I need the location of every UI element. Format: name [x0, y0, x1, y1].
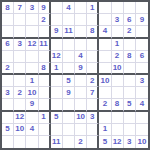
cell-r12c4[interactable] — [39, 136, 51, 148]
cell-r7c8[interactable]: 2 — [87, 75, 99, 87]
cell-r7c7[interactable] — [75, 75, 87, 87]
cell-r8c10[interactable] — [112, 87, 124, 99]
cell-r10c12[interactable] — [136, 112, 148, 124]
cell-r5c1[interactable] — [2, 51, 14, 63]
cell-r12c1[interactable] — [2, 136, 14, 148]
cell-r11c7[interactable] — [75, 124, 87, 136]
cell-r11c11[interactable] — [124, 124, 136, 136]
cell-r1c1[interactable]: 8 — [2, 2, 14, 14]
cell-r9c3[interactable]: 9 — [26, 99, 38, 111]
cell-r7c12[interactable]: 3 — [136, 75, 148, 87]
cell-r10c4[interactable]: 1 — [39, 112, 51, 124]
cell-r7c10[interactable] — [112, 75, 124, 87]
cell-r6c1[interactable]: 2 — [2, 63, 14, 75]
cell-r3c2[interactable] — [14, 26, 26, 38]
cell-r12c9[interactable]: 5 — [99, 136, 111, 148]
cell-r5c2[interactable] — [14, 51, 26, 63]
cell-r8c5[interactable] — [51, 87, 63, 99]
cell-r1c8[interactable]: 1 — [87, 2, 99, 14]
cell-r11c2[interactable]: 10 — [14, 124, 26, 136]
cell-r10c5[interactable]: 5 — [51, 112, 63, 124]
cell-r12c6[interactable] — [63, 136, 75, 148]
cell-r3c1[interactable] — [2, 26, 14, 38]
cell-r9c9[interactable]: 2 — [99, 99, 111, 111]
cell-r9c11[interactable]: 5 — [124, 99, 136, 111]
cell-r5c6[interactable] — [63, 51, 75, 63]
cell-r1c7[interactable] — [75, 2, 87, 14]
cell-r3c12[interactable] — [136, 26, 148, 38]
cell-r1c2[interactable]: 7 — [14, 2, 26, 14]
cell-r7c11[interactable] — [124, 75, 136, 87]
cell-r5c3[interactable] — [26, 51, 38, 63]
cell-r2c3[interactable] — [26, 14, 38, 26]
cell-r9c2[interactable] — [14, 99, 26, 111]
cell-r6c7[interactable]: 9 — [75, 63, 87, 75]
cell-r9c6[interactable] — [63, 99, 75, 111]
cell-r10c6[interactable] — [63, 112, 75, 124]
cell-r10c2[interactable]: 12 — [14, 112, 26, 124]
cell-r3c11[interactable]: 2 — [124, 26, 136, 38]
cell-r6c8[interactable] — [87, 63, 99, 75]
cell-r10c11[interactable] — [124, 112, 136, 124]
cell-r1c9[interactable] — [99, 2, 111, 14]
cell-r7c6[interactable]: 5 — [63, 75, 75, 87]
cell-r10c10[interactable] — [112, 112, 124, 124]
cell-r6c4[interactable]: 8 — [39, 63, 51, 75]
cell-r12c12[interactable]: 10 — [136, 136, 148, 148]
cell-r8c9[interactable] — [99, 87, 111, 99]
cell-r11c4[interactable] — [39, 124, 51, 136]
cell-r8c7[interactable] — [75, 87, 87, 99]
cell-r3c10[interactable] — [112, 26, 124, 38]
cell-r11c10[interactable] — [112, 124, 124, 136]
cell-r11c8[interactable] — [87, 124, 99, 136]
cell-r8c12[interactable] — [136, 87, 148, 99]
cell-r2c4[interactable]: 2 — [39, 14, 51, 26]
cell-r4c11[interactable] — [124, 39, 136, 51]
cell-r1c3[interactable]: 3 — [26, 2, 38, 14]
cell-r1c11[interactable] — [124, 2, 136, 14]
cell-r2c9[interactable] — [99, 14, 111, 26]
cell-r6c6[interactable] — [63, 63, 75, 75]
cell-r11c5[interactable] — [51, 124, 63, 136]
cell-r4c9[interactable] — [99, 39, 111, 51]
cell-r2c11[interactable]: 6 — [124, 14, 136, 26]
cell-r7c1[interactable] — [2, 75, 14, 87]
cell-r10c1[interactable] — [2, 112, 14, 124]
cell-r4c8[interactable] — [87, 39, 99, 51]
cell-r9c5[interactable] — [51, 99, 63, 111]
cell-r6c5[interactable]: 1 — [51, 63, 63, 75]
cell-r5c12[interactable]: 6 — [136, 51, 148, 63]
cell-r8c8[interactable]: 7 — [87, 87, 99, 99]
cell-r8c11[interactable] — [124, 87, 136, 99]
cell-r5c8[interactable] — [87, 51, 99, 63]
cell-r11c12[interactable] — [136, 124, 148, 136]
cell-r7c5[interactable] — [51, 75, 63, 87]
cell-r11c6[interactable] — [63, 124, 75, 136]
cell-r6c12[interactable] — [136, 63, 148, 75]
cell-r6c9[interactable] — [99, 63, 111, 75]
cell-r8c6[interactable]: 9 — [63, 87, 75, 99]
cell-r8c2[interactable]: 2 — [14, 87, 26, 99]
cell-r10c3[interactable] — [26, 112, 38, 124]
cell-r6c11[interactable] — [124, 63, 136, 75]
cell-r5c5[interactable]: 12 — [51, 51, 63, 63]
cell-r2c8[interactable] — [87, 14, 99, 26]
cell-r4c7[interactable] — [75, 39, 87, 51]
cell-r6c10[interactable]: 10 — [112, 63, 124, 75]
cell-r9c8[interactable] — [87, 99, 99, 111]
cell-r2c5[interactable] — [51, 14, 63, 26]
cell-r4c10[interactable]: 1 — [112, 39, 124, 51]
cell-r1c6[interactable]: 4 — [63, 2, 75, 14]
cell-r8c3[interactable]: 10 — [26, 87, 38, 99]
cell-r12c7[interactable]: 2 — [75, 136, 87, 148]
cell-r7c3[interactable]: 1 — [26, 75, 38, 87]
cell-r4c2[interactable]: 3 — [14, 39, 26, 51]
cell-r4c1[interactable]: 6 — [2, 39, 14, 51]
cell-r4c5[interactable] — [51, 39, 63, 51]
cell-r2c7[interactable] — [75, 14, 87, 26]
cell-r9c4[interactable] — [39, 99, 51, 111]
cell-r1c5[interactable] — [51, 2, 63, 14]
cell-r11c9[interactable]: 1 — [99, 124, 111, 136]
cell-r4c12[interactable] — [136, 39, 148, 51]
cell-r3c9[interactable]: 4 — [99, 26, 111, 38]
cell-r3c3[interactable] — [26, 26, 38, 38]
cell-r8c4[interactable] — [39, 87, 51, 99]
cell-r4c3[interactable]: 12 — [26, 39, 38, 51]
cell-r2c12[interactable]: 9 — [136, 14, 148, 26]
cell-r3c7[interactable] — [75, 26, 87, 38]
cell-r5c7[interactable]: 4 — [75, 51, 87, 63]
cell-r2c10[interactable]: 3 — [112, 14, 124, 26]
cell-r8c1[interactable]: 3 — [2, 87, 14, 99]
cell-r5c4[interactable] — [39, 51, 51, 63]
cell-r1c4[interactable]: 9 — [39, 2, 51, 14]
cell-r4c6[interactable] — [63, 39, 75, 51]
cell-r1c10[interactable] — [112, 2, 124, 14]
cell-r2c1[interactable] — [2, 14, 14, 26]
cell-r6c2[interactable] — [14, 63, 26, 75]
cell-r12c3[interactable] — [26, 136, 38, 148]
cell-r9c10[interactable]: 8 — [112, 99, 124, 111]
cell-r4c4[interactable]: 11 — [39, 39, 51, 51]
cell-r7c2[interactable] — [14, 75, 26, 87]
sudoku-board: 8739412369911842631211112428628191015210… — [0, 0, 150, 150]
cell-r1c12[interactable] — [136, 2, 148, 14]
cell-r7c4[interactable] — [39, 75, 51, 87]
cell-r3c4[interactable] — [39, 26, 51, 38]
cell-r11c3[interactable]: 4 — [26, 124, 38, 136]
cell-r2c2[interactable] — [14, 14, 26, 26]
cell-r10c9[interactable] — [99, 112, 111, 124]
cell-r9c1[interactable] — [2, 99, 14, 111]
cell-r3c8[interactable]: 8 — [87, 26, 99, 38]
cell-r12c11[interactable]: 3 — [124, 136, 136, 148]
cell-r9c7[interactable] — [75, 99, 87, 111]
cell-r10c8[interactable]: 3 — [87, 112, 99, 124]
cell-r5c10[interactable]: 2 — [112, 51, 124, 63]
cell-r9c12[interactable]: 4 — [136, 99, 148, 111]
cell-r7c9[interactable]: 10 — [99, 75, 111, 87]
cell-r5c9[interactable] — [99, 51, 111, 63]
cell-r12c2[interactable] — [14, 136, 26, 148]
cell-r11c1[interactable]: 5 — [2, 124, 14, 136]
cell-r2c6[interactable] — [63, 14, 75, 26]
cell-r12c5[interactable]: 11 — [51, 136, 63, 148]
cell-r3c5[interactable]: 9 — [51, 26, 63, 38]
cell-r10c7[interactable]: 10 — [75, 112, 87, 124]
cell-r5c11[interactable]: 8 — [124, 51, 136, 63]
cell-r12c8[interactable] — [87, 136, 99, 148]
cell-r3c6[interactable]: 11 — [63, 26, 75, 38]
cell-r6c3[interactable] — [26, 63, 38, 75]
cell-r12c10[interactable]: 12 — [112, 136, 124, 148]
